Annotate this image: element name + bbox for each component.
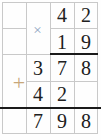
grid-line-vertical-right [97,2,98,134]
cell-r2-c4: 9 [74,28,98,54]
total-rule-line [0,107,101,109]
grid-line-top [2,2,98,3]
cell-r3-c3: 7 [50,55,74,81]
grid-line-r2r3-col12 [2,54,50,55]
multiplication-grid: 4 2 1 9 3 7 8 4 2 7 9 8 × [2,2,98,134]
cell-r5-c2: 7 [26,108,50,134]
cell-r2-c3: 1 [50,28,74,54]
multiply-sign: × [24,20,51,41]
cell-r1-c3: 4 [50,2,74,28]
grid-line-r1r2-col1 [2,28,26,29]
cell-r1-c4: 2 [74,2,98,28]
grid-line-vertical-left [2,2,3,134]
cell-r1-c1 [2,2,26,28]
grid-line-vertical-c3c4 [74,2,75,134]
grid-line-bottom [2,133,98,134]
grid-line-r3r4-col234 [26,81,98,82]
cell-r4-c4 [74,81,98,107]
cell-r4-c3: 2 [50,81,74,107]
cell-r3-c4: 8 [74,55,98,81]
cell-r5-c1 [2,108,26,134]
cell-r5-c3: 9 [50,108,74,134]
multiplication-worksheet: 4 2 1 9 3 7 8 4 2 7 9 8 × [0,0,101,140]
plus-sign: + [6,70,32,95]
cell-r5-c4: 8 [74,108,98,134]
cell-r2-c1 [2,28,26,54]
grid-line-r1r2-col34 [50,28,98,29]
partial-product-rule-line [50,53,98,55]
